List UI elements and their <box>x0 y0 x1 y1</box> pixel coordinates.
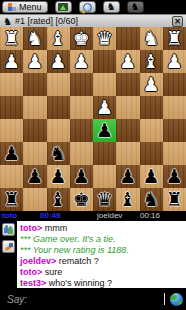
player-clock-right: 00:16 <box>140 211 160 221</box>
square-b1[interactable]: ♞ <box>140 27 163 50</box>
square-e3[interactable] <box>70 73 93 96</box>
square-c8[interactable]: ♝ <box>116 188 139 211</box>
square-f7[interactable]: ♟ <box>47 165 70 188</box>
white-bishop-b2: ♝ <box>140 50 163 73</box>
square-g5[interactable] <box>23 119 46 142</box>
player-name-right: joeldev <box>97 211 122 221</box>
active-game-tab-button[interactable]: ♞ <box>127 1 144 13</box>
square-c7[interactable]: ♟ <box>116 165 139 188</box>
square-g7[interactable]: ♟ <box>23 165 46 188</box>
white-queen-d1: ♛ <box>93 27 116 50</box>
square-g2[interactable]: ♟ <box>23 50 46 73</box>
black-knight-b8: ♞ <box>140 188 163 211</box>
chat-input-field[interactable] <box>27 291 170 307</box>
black-pawn-a7: ♟ <box>163 165 186 188</box>
square-g3[interactable] <box>23 73 46 96</box>
black-pawn-c7: ♟ <box>116 165 139 188</box>
players-list-button[interactable] <box>2 223 15 236</box>
square-c2[interactable]: ♟ <box>116 50 139 73</box>
square-g4[interactable] <box>23 96 46 119</box>
white-king-e1: ♚ <box>70 27 93 50</box>
white-knight-b1: ♞ <box>140 27 163 50</box>
square-b5[interactable] <box>140 119 163 142</box>
black-rook-a8: ♜ <box>163 188 186 211</box>
square-e2[interactable]: ♟ <box>70 50 93 73</box>
white-rook-a1: ♜ <box>163 27 186 50</box>
black-bishop-c8: ♝ <box>116 188 139 211</box>
square-b3[interactable]: ♟ <box>140 73 163 96</box>
black-pawn-d5: ♟ <box>93 119 116 142</box>
black-pawn-b7: ♟ <box>140 165 163 188</box>
square-f4[interactable] <box>47 96 70 119</box>
knight-icon: ♞ <box>3 16 12 27</box>
player-name-left: toto <box>2 211 17 221</box>
square-c6[interactable] <box>116 142 139 165</box>
white-pawn-b3: ♟ <box>140 73 163 96</box>
chat-line: toto> mmm <box>20 223 186 234</box>
say-bar: Say: <box>0 288 186 310</box>
close-tab-button[interactable]: ✕ <box>172 16 183 27</box>
knight-icon: ♞ <box>131 2 140 12</box>
chat-side-rail <box>0 221 17 288</box>
square-d8[interactable]: ♛ <box>93 188 116 211</box>
square-c1[interactable] <box>116 27 139 50</box>
square-g8[interactable] <box>23 188 46 211</box>
square-d1[interactable]: ♛ <box>93 27 116 50</box>
square-g1[interactable]: ♞ <box>23 27 46 50</box>
white-pawn-a2: ♟ <box>163 50 186 73</box>
square-b2[interactable]: ♝ <box>140 50 163 73</box>
square-h1[interactable]: ♜ <box>0 27 23 50</box>
chat-message-list[interactable]: toto> mmm*** Game over. It's a tie.*** Y… <box>17 221 186 288</box>
square-f5[interactable] <box>47 119 70 142</box>
square-a8[interactable]: ♜ <box>163 188 186 211</box>
chat-line: joeldev> rematch ? <box>20 256 186 267</box>
seek-graph-icon <box>58 3 68 11</box>
square-d5[interactable]: ♟ <box>93 119 116 142</box>
square-f8[interactable]: ♝ <box>47 188 70 211</box>
square-f6[interactable]: ♞ <box>47 142 70 165</box>
square-d7[interactable] <box>93 165 116 188</box>
square-f3[interactable] <box>47 73 70 96</box>
square-b4[interactable] <box>140 96 163 119</box>
seek-graph-tab-button[interactable] <box>55 1 72 13</box>
square-e1[interactable]: ♚ <box>70 27 93 50</box>
square-d2[interactable] <box>93 50 116 73</box>
square-e4[interactable] <box>70 96 93 119</box>
white-rook-h1: ♜ <box>0 27 23 50</box>
tools-button[interactable] <box>2 240 15 253</box>
black-pawn-f7: ♟ <box>47 165 70 188</box>
player-clock-bar: toto 00:49 joeldev 00:16 <box>0 211 186 221</box>
square-g6[interactable] <box>23 142 46 165</box>
square-a6[interactable] <box>163 142 186 165</box>
black-bishop-f8: ♝ <box>47 188 70 211</box>
square-h2[interactable]: ♟ <box>0 50 23 73</box>
square-a5[interactable] <box>163 119 186 142</box>
chat-line: *** Game over. It's a tie. <box>20 234 186 245</box>
white-pawn-g2: ♟ <box>23 50 46 73</box>
chess-app-window: Menu ♞ ♞ ♞ #1 [rated] [0/60] ✕ ♜♞♝♚♛♞♜♟♟… <box>0 0 186 310</box>
black-knight-f6: ♞ <box>47 142 70 165</box>
square-a1[interactable]: ♜ <box>163 27 186 50</box>
magnifier-icon <box>83 3 92 12</box>
text-cursor <box>164 293 165 305</box>
knight-icon: ♞ <box>107 2 116 12</box>
square-a3[interactable] <box>163 73 186 96</box>
player-clock-left: 00:49 <box>40 211 60 221</box>
chat-line: *** Your new rating is 1188. <box>20 245 186 256</box>
black-king-e8: ♚ <box>70 188 93 211</box>
square-d3[interactable] <box>93 73 116 96</box>
menu-button-label: Menu <box>19 2 42 12</box>
menu-button[interactable]: Menu <box>2 1 48 13</box>
square-b7[interactable]: ♟ <box>140 165 163 188</box>
black-pawn-e7: ♟ <box>70 165 93 188</box>
square-h4[interactable] <box>0 96 23 119</box>
say-label: Say: <box>7 294 27 305</box>
game-tab-bar[interactable]: ♞ #1 [rated] [0/60] ✕ <box>0 14 186 27</box>
square-f1[interactable]: ♝ <box>47 27 70 50</box>
white-pawn-d4: ♟ <box>93 96 116 119</box>
white-pawn-h2: ♟ <box>0 50 23 73</box>
square-e7[interactable]: ♟ <box>70 165 93 188</box>
square-b6[interactable] <box>140 142 163 165</box>
square-h3[interactable] <box>0 73 23 96</box>
chat-area: toto> mmm*** Game over. It's a tie.*** Y… <box>0 221 186 288</box>
square-c4[interactable] <box>116 96 139 119</box>
black-pawn-h6: ♟ <box>0 142 23 165</box>
white-pawn-c2: ♟ <box>116 50 139 73</box>
white-knight-g1: ♞ <box>23 27 46 50</box>
square-a4[interactable] <box>163 96 186 119</box>
white-pawn-f2: ♟ <box>47 50 70 73</box>
square-h6[interactable]: ♟ <box>0 142 23 165</box>
square-e6[interactable] <box>70 142 93 165</box>
square-b8[interactable]: ♞ <box>140 188 163 211</box>
square-e5[interactable] <box>70 119 93 142</box>
globe-icon[interactable] <box>170 293 183 306</box>
square-f2[interactable]: ♟ <box>47 50 70 73</box>
white-pawn-e2: ♟ <box>70 50 93 73</box>
white-bishop-f1: ♝ <box>47 27 70 50</box>
game-tab-button[interactable]: ♞ <box>103 1 120 13</box>
square-a2[interactable]: ♟ <box>163 50 186 73</box>
chess-board: ♜♞♝♚♛♞♜♟♟♟♟♟♝♟♟♟♟♟♞♟♟♟♟♟♟♜♝♚♛♝♞♜ <box>0 27 186 211</box>
chat-line: test3> who's winning ? <box>20 278 186 288</box>
search-tab-button[interactable] <box>79 1 96 13</box>
top-toolbar: Menu ♞ ♞ <box>0 0 186 14</box>
black-pawn-g7: ♟ <box>23 165 46 188</box>
black-rook-h8: ♜ <box>0 188 23 211</box>
square-a7[interactable]: ♟ <box>163 165 186 188</box>
square-e8[interactable]: ♚ <box>70 188 93 211</box>
app-icon <box>8 3 16 11</box>
black-queen-d8: ♛ <box>93 188 116 211</box>
game-tab-title: #1 [rated] [0/60] <box>15 16 172 26</box>
square-d6[interactable] <box>93 142 116 165</box>
square-h7[interactable] <box>0 165 23 188</box>
square-c5[interactable] <box>116 119 139 142</box>
square-h8[interactable]: ♜ <box>0 188 23 211</box>
chat-line: toto> sure <box>20 267 186 278</box>
square-c3[interactable] <box>116 73 139 96</box>
square-d4[interactable]: ♟ <box>93 96 116 119</box>
square-h5[interactable] <box>0 119 23 142</box>
